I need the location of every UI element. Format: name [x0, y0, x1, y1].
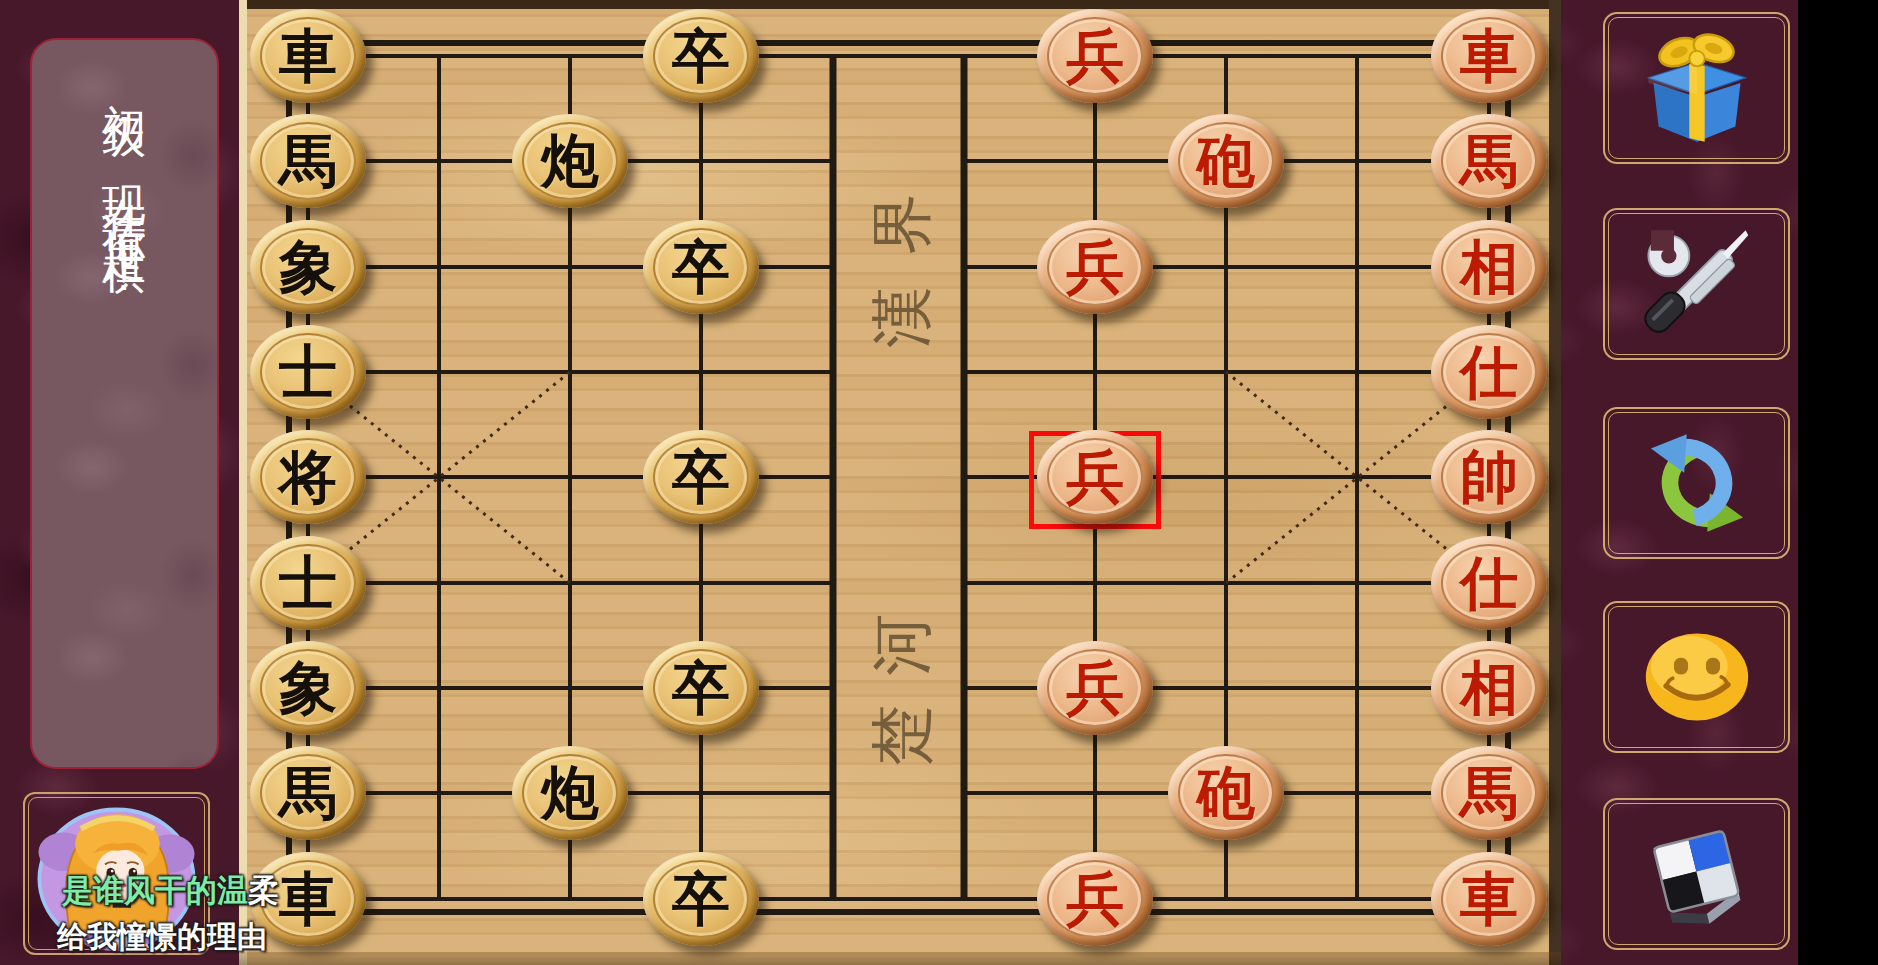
piece-character: 卒 [672, 659, 730, 717]
piece-character: 卒 [672, 870, 730, 928]
piece-character: 馬 [279, 764, 337, 822]
lyrics-rest: 柔 [248, 873, 279, 908]
piece-character: 馬 [279, 132, 337, 190]
piece-red-馬[interactable]: 馬 [1431, 114, 1547, 208]
piece-character: 相 [1460, 238, 1518, 296]
piece-red-相[interactable]: 相 [1431, 641, 1547, 735]
piece-red-仕[interactable]: 仕 [1431, 325, 1547, 419]
smiley-icon [1633, 613, 1761, 741]
tools-icon [1633, 220, 1761, 348]
piece-face: 卒 [653, 228, 749, 306]
piece-face: 兵 [1047, 17, 1143, 95]
piece-black-士[interactable]: 士 [250, 536, 366, 630]
piece-face: 象 [260, 649, 356, 727]
piece-character: 仕 [1460, 343, 1518, 401]
piece-character: 馬 [1460, 764, 1518, 822]
lyrics-line-2: 给我憧憬的理由 [57, 917, 267, 958]
piece-face: 炮 [522, 122, 618, 200]
gift-icon [1633, 24, 1761, 152]
piece-black-卒[interactable]: 卒 [643, 9, 759, 103]
board-edge-top [239, 0, 1561, 9]
piece-face: 砲 [1178, 122, 1274, 200]
piece-character: 士 [279, 554, 337, 612]
piece-face: 相 [1441, 228, 1537, 306]
piece-red-兵[interactable]: 兵 [1037, 220, 1153, 314]
board-edge-bottom [239, 952, 1561, 965]
piece-character: 仕 [1460, 554, 1518, 612]
piece-face: 馬 [1441, 754, 1537, 832]
piece-face: 卒 [653, 649, 749, 727]
status-text: 初级：现在请你走棋！ [103, 68, 147, 286]
checker-tile-icon [1633, 810, 1761, 938]
river-label-jie: 界 [866, 188, 938, 260]
piece-red-仕[interactable]: 仕 [1431, 536, 1547, 630]
piece-face: 仕 [1441, 333, 1537, 411]
piece-face: 馬 [260, 754, 356, 832]
piece-face: 兵 [1047, 228, 1143, 306]
piece-black-卒[interactable]: 卒 [643, 641, 759, 735]
piece-black-馬[interactable]: 馬 [250, 114, 366, 208]
piece-face: 馬 [1441, 122, 1537, 200]
piece-character: 兵 [1066, 448, 1124, 506]
piece-black-車[interactable]: 車 [250, 9, 366, 103]
piece-face: 卒 [653, 438, 749, 516]
piece-red-車[interactable]: 車 [1431, 852, 1547, 946]
piece-face: 象 [260, 228, 356, 306]
piece-face: 兵 [1047, 860, 1143, 938]
piece-red-兵[interactable]: 兵 [1037, 9, 1153, 103]
board-style-button[interactable] [1603, 798, 1790, 950]
piece-character: 兵 [1066, 870, 1124, 928]
piece-character: 帥 [1460, 448, 1518, 506]
piece-face: 車 [1441, 17, 1537, 95]
piece-character: 象 [279, 659, 337, 717]
piece-character: 砲 [1197, 764, 1255, 822]
piece-character: 卒 [672, 238, 730, 296]
piece-black-馬[interactable]: 馬 [250, 746, 366, 840]
river-label-he: 河 [866, 609, 938, 681]
piece-face: 士 [260, 333, 356, 411]
status-panel: 初级：现在请你走棋！ [30, 38, 219, 769]
river-label-chu: 楚 [866, 699, 938, 771]
piece-character: 車 [279, 27, 337, 85]
gift-button[interactable] [1603, 12, 1790, 164]
board-edge-left [239, 0, 247, 965]
piece-face: 帥 [1441, 438, 1537, 516]
piece-face: 砲 [1178, 754, 1274, 832]
piece-face: 炮 [522, 754, 618, 832]
piece-character: 卒 [672, 27, 730, 85]
piece-red-砲[interactable]: 砲 [1168, 114, 1284, 208]
piece-face: 士 [260, 544, 356, 622]
piece-red-馬[interactable]: 馬 [1431, 746, 1547, 840]
piece-black-炮[interactable]: 炮 [512, 746, 628, 840]
piece-black-象[interactable]: 象 [250, 641, 366, 735]
piece-face: 兵 [1047, 438, 1143, 516]
piece-character: 車 [1460, 27, 1518, 85]
xiangqi-board[interactable] [239, 0, 1561, 965]
piece-character: 車 [279, 870, 337, 928]
piece-red-相[interactable]: 相 [1431, 220, 1547, 314]
piece-character: 砲 [1197, 132, 1255, 190]
piece-character: 兵 [1066, 27, 1124, 85]
piece-red-兵[interactable]: 兵 [1037, 430, 1153, 524]
refresh-icon [1633, 419, 1761, 547]
piece-face: 卒 [653, 17, 749, 95]
piece-character: 兵 [1066, 238, 1124, 296]
piece-black-卒[interactable]: 卒 [643, 852, 759, 946]
piece-face: 馬 [260, 122, 356, 200]
screen-black-bar [1798, 0, 1878, 965]
piece-black-卒[interactable]: 卒 [643, 430, 759, 524]
piece-character: 炮 [541, 764, 599, 822]
piece-character: 士 [279, 343, 337, 401]
piece-face: 車 [1441, 860, 1537, 938]
lyrics-sung: 是谁风干的温 [62, 873, 248, 908]
piece-face: 卒 [653, 860, 749, 938]
piece-red-兵[interactable]: 兵 [1037, 641, 1153, 735]
piece-red-帥[interactable]: 帥 [1431, 430, 1547, 524]
piece-character: 兵 [1066, 659, 1124, 717]
restart-button[interactable] [1603, 407, 1790, 559]
mood-button[interactable] [1603, 601, 1790, 753]
piece-character: 象 [279, 238, 337, 296]
piece-face: 兵 [1047, 649, 1143, 727]
lyrics-line-1: 是谁风干的温柔 [62, 870, 279, 912]
piece-black-士[interactable]: 士 [250, 325, 366, 419]
piece-black-将[interactable]: 将 [250, 430, 366, 524]
piece-character: 馬 [1460, 132, 1518, 190]
piece-black-象[interactable]: 象 [250, 220, 366, 314]
board-edge-right [1549, 0, 1561, 965]
piece-face: 仕 [1441, 544, 1537, 622]
settings-button[interactable] [1603, 208, 1790, 360]
river-label-han: 漢 [866, 281, 938, 353]
piece-character: 卒 [672, 448, 730, 506]
piece-character: 炮 [541, 132, 599, 190]
piece-character: 車 [1460, 870, 1518, 928]
piece-red-兵[interactable]: 兵 [1037, 852, 1153, 946]
piece-face: 車 [260, 17, 356, 95]
piece-character: 将 [279, 448, 337, 506]
piece-black-炮[interactable]: 炮 [512, 114, 628, 208]
piece-face: 相 [1441, 649, 1537, 727]
piece-red-砲[interactable]: 砲 [1168, 746, 1284, 840]
piece-character: 相 [1460, 659, 1518, 717]
piece-black-卒[interactable]: 卒 [643, 220, 759, 314]
piece-face: 将 [260, 438, 356, 516]
piece-red-車[interactable]: 車 [1431, 9, 1547, 103]
